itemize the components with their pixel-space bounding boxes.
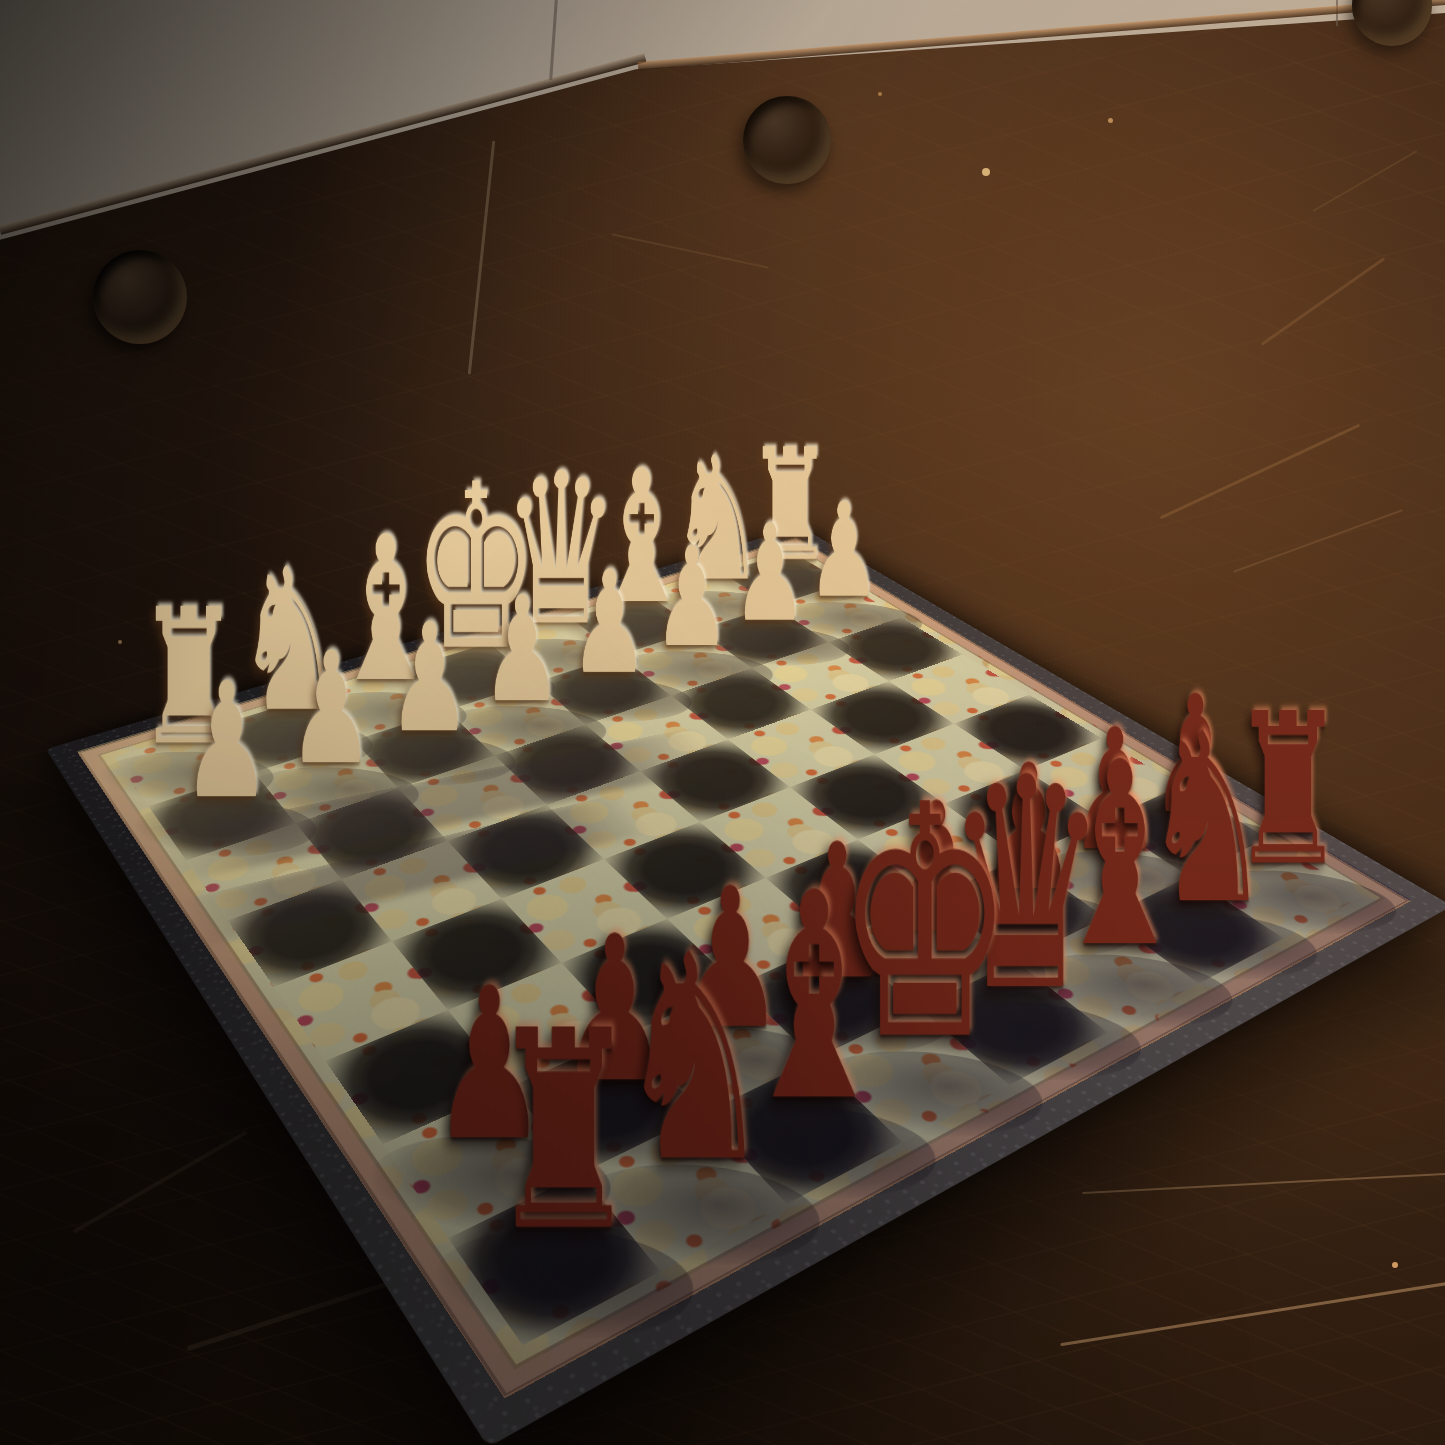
white-pawn[interactable]: ♟: [481, 577, 562, 723]
white-pawn[interactable]: ♟: [733, 507, 808, 641]
white-pawn[interactable]: ♟: [570, 552, 649, 694]
white-pawn[interactable]: ♟: [807, 485, 880, 616]
chess-photo-scene: ♜♞♝♚♛♝♞♜♟♟♟♟♟♟♟♟♟♟♟♟♟♟♟♟♜♞♝♚♛♝♞♜: [0, 0, 1445, 1445]
white-pawn[interactable]: ♟: [653, 529, 730, 667]
nail-stud-icon: [93, 250, 187, 344]
floor-seam: [1336, 0, 1338, 26]
white-pawn[interactable]: ♟: [288, 631, 374, 786]
white-pawn[interactable]: ♟: [388, 603, 472, 753]
square-f4[interactable]: [447, 805, 604, 899]
black-rook[interactable]: ♜: [488, 994, 640, 1268]
square-h8[interactable]: ♜: [448, 1173, 660, 1345]
nail-stud-icon: [743, 96, 831, 184]
white-pawn[interactable]: ♟: [182, 661, 271, 821]
